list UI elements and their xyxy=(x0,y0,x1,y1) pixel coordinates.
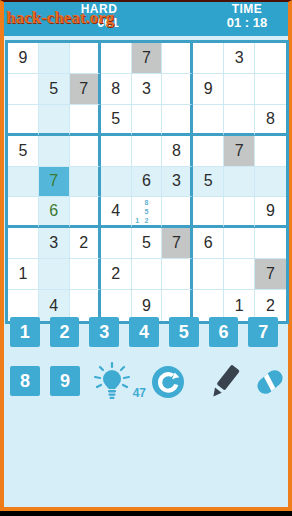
cell-r8c6[interactable] xyxy=(162,259,193,290)
cell-r8c3[interactable] xyxy=(70,259,101,290)
cell-r3c4[interactable]: 5 xyxy=(101,105,132,136)
cell-r7c7[interactable]: 6 xyxy=(193,228,224,259)
cell-r3c2[interactable] xyxy=(39,105,70,136)
time-block: TIME 01 : 18 xyxy=(212,3,282,30)
cell-r2c6[interactable] xyxy=(162,74,193,105)
cell-r5c3[interactable] xyxy=(70,167,101,198)
lightbulb-icon xyxy=(90,390,136,407)
cell-r6c8[interactable] xyxy=(224,197,255,228)
cell-r4c4[interactable] xyxy=(101,136,132,167)
cell-r7c3[interactable]: 2 xyxy=(70,228,101,259)
cell-r3c1[interactable] xyxy=(8,105,39,136)
cell-r2c5[interactable]: 3 xyxy=(132,74,163,105)
cell-r3c6[interactable] xyxy=(162,105,193,136)
eraser-icon xyxy=(250,388,290,405)
cell-r4c3[interactable] xyxy=(70,136,101,167)
cell-r2c3[interactable]: 7 xyxy=(70,74,101,105)
cell-r7c8[interactable] xyxy=(224,228,255,259)
cell-r8c8[interactable] xyxy=(224,259,255,290)
note-digit: 1 xyxy=(133,216,142,225)
cell-r7c6[interactable]: 7 xyxy=(162,228,193,259)
pencil-icon xyxy=(206,388,244,405)
cell-r5c1[interactable] xyxy=(8,167,39,198)
cell-r1c4[interactable] xyxy=(101,43,132,74)
cell-r5c7[interactable]: 5 xyxy=(193,167,224,198)
cell-r3c7[interactable] xyxy=(193,105,224,136)
cell-r5c9[interactable] xyxy=(255,167,286,198)
cell-r6c2[interactable]: 6 xyxy=(39,197,70,228)
cell-r8c1[interactable]: 1 xyxy=(8,259,39,290)
cell-r6c9[interactable]: 9 xyxy=(255,197,286,228)
cell-r4c5[interactable] xyxy=(132,136,163,167)
time-value: 01 : 18 xyxy=(212,16,282,30)
cell-r5c6[interactable]: 3 xyxy=(162,167,193,198)
note-digit: 5 xyxy=(142,207,151,216)
cell-r1c6[interactable] xyxy=(162,43,193,74)
cell-r6c6[interactable] xyxy=(162,197,193,228)
cell-r5c4[interactable] xyxy=(101,167,132,198)
numpad-button-3[interactable]: 3 xyxy=(89,317,119,347)
numpad-button-7[interactable]: 7 xyxy=(248,317,278,347)
cell-r1c1[interactable]: 9 xyxy=(8,43,39,74)
cell-r3c5[interactable] xyxy=(132,105,163,136)
cell-r1c7[interactable] xyxy=(193,43,224,74)
cell-r5c8[interactable] xyxy=(224,167,255,198)
cell-r8c2[interactable] xyxy=(39,259,70,290)
pencil-button[interactable] xyxy=(206,362,244,402)
note-digit xyxy=(151,216,160,225)
pencil-notes: 8512 xyxy=(133,198,161,224)
cell-r8c7[interactable] xyxy=(193,259,224,290)
cell-r5c5[interactable]: 6 xyxy=(132,167,163,198)
numpad-button-2[interactable]: 2 xyxy=(50,317,80,347)
numpad-row-1: 1234567 xyxy=(4,317,288,347)
cell-r6c3[interactable] xyxy=(70,197,101,228)
note-digit xyxy=(151,207,160,216)
numpad-button-9[interactable]: 9 xyxy=(50,366,80,396)
cell-r2c2[interactable]: 5 xyxy=(39,74,70,105)
cell-r8c9[interactable]: 7 xyxy=(255,259,286,290)
sudoku-board: 973578395858776356485129325761274912 xyxy=(5,40,289,324)
top-bar: HARD 001 TIME 01 : 18 xyxy=(4,2,288,36)
cell-r1c3[interactable] xyxy=(70,43,101,74)
note-digit xyxy=(133,198,142,207)
undo-button[interactable] xyxy=(150,364,186,400)
cell-r8c4[interactable]: 2 xyxy=(101,259,132,290)
cell-r2c4[interactable]: 8 xyxy=(101,74,132,105)
note-digit xyxy=(133,207,142,216)
numpad-button-6[interactable]: 6 xyxy=(209,317,239,347)
eraser-button[interactable] xyxy=(250,362,290,402)
numpad-button-5[interactable]: 5 xyxy=(169,317,199,347)
cell-r2c8[interactable] xyxy=(224,74,255,105)
cell-r1c9[interactable] xyxy=(255,43,286,74)
cell-r4c8[interactable]: 7 xyxy=(224,136,255,167)
cell-r1c8[interactable]: 3 xyxy=(224,43,255,74)
hint-button[interactable]: 47 xyxy=(90,360,146,404)
cell-r2c7[interactable]: 9 xyxy=(193,74,224,105)
cell-r4c6[interactable]: 8 xyxy=(162,136,193,167)
control-row: 89 xyxy=(4,366,288,406)
cell-r7c2[interactable]: 3 xyxy=(39,228,70,259)
cell-r3c3[interactable] xyxy=(70,105,101,136)
cell-r4c1[interactable]: 5 xyxy=(8,136,39,167)
cell-r8c5[interactable] xyxy=(132,259,163,290)
cell-r6c7[interactable] xyxy=(193,197,224,228)
cell-r3c9[interactable]: 8 xyxy=(255,105,286,136)
cell-r6c4[interactable]: 4 xyxy=(101,197,132,228)
cell-r7c5[interactable]: 5 xyxy=(132,228,163,259)
cell-r6c5[interactable]: 8512 xyxy=(132,197,163,228)
numpad-button-8[interactable]: 8 xyxy=(10,366,40,396)
cell-r4c2[interactable] xyxy=(39,136,70,167)
cell-r5c2[interactable]: 7 xyxy=(39,167,70,198)
numpad-button-1[interactable]: 1 xyxy=(10,317,40,347)
numpad-row-2: 89 xyxy=(10,366,90,396)
sudoku-app: HARD 001 TIME 01 : 18 hack-cheat.org 973… xyxy=(0,0,292,511)
cell-r4c7[interactable] xyxy=(193,136,224,167)
cell-r7c1[interactable] xyxy=(8,228,39,259)
cell-r2c1[interactable] xyxy=(8,74,39,105)
cell-r6c1[interactable] xyxy=(8,197,39,228)
difficulty-block: HARD 001 xyxy=(59,3,139,30)
numpad-button-4[interactable]: 4 xyxy=(129,317,159,347)
note-digit xyxy=(151,198,160,207)
hint-count: 47 xyxy=(133,386,146,400)
cell-r1c5[interactable]: 7 xyxy=(132,43,163,74)
note-digit: 2 xyxy=(142,216,151,225)
cell-r4c9[interactable] xyxy=(255,136,286,167)
cell-r1c2[interactable] xyxy=(39,43,70,74)
note-digit: 8 xyxy=(142,198,151,207)
cell-r7c9[interactable] xyxy=(255,228,286,259)
screen: HARD 001 TIME 01 : 18 hack-cheat.org 973… xyxy=(0,0,292,516)
cell-r7c4[interactable] xyxy=(101,228,132,259)
cell-r2c9[interactable] xyxy=(255,74,286,105)
undo-icon xyxy=(150,386,186,403)
puzzle-number: 001 xyxy=(77,16,139,30)
cell-r3c8[interactable] xyxy=(224,105,255,136)
